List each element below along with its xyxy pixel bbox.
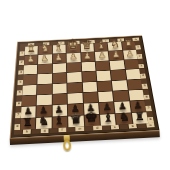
piece-bq: ♛ — [69, 111, 82, 125]
border-cell — [137, 123, 146, 128]
piece-bb: ♝ — [102, 112, 113, 124]
piece-wp: ♟ — [83, 51, 91, 60]
square-e3 — [67, 62, 81, 72]
square-f4 — [53, 73, 67, 83]
square-d5 — [82, 82, 97, 93]
piece-wp: ♟ — [41, 54, 49, 63]
coordinate-cell: a — [146, 123, 155, 128]
square-c2: ♟ — [95, 52, 109, 61]
square-d3 — [81, 62, 95, 72]
coordinate-cell: e — [76, 127, 85, 132]
border-cell — [120, 124, 129, 129]
square-g3 — [38, 64, 52, 74]
piece-bk: ♚ — [85, 110, 99, 125]
square-h5 — [22, 85, 37, 96]
square-b3 — [110, 60, 125, 70]
square-c8: ♝ — [100, 114, 116, 126]
coordinate-cell: h — [23, 129, 32, 134]
border-cell — [84, 126, 93, 131]
coordinate-cell: c — [111, 125, 120, 130]
square-b4 — [111, 70, 126, 80]
square-f8: ♝ — [52, 116, 67, 128]
square-b2: ♟ — [109, 51, 123, 60]
square-g4 — [38, 74, 52, 84]
piece-wn: ♞ — [40, 43, 50, 54]
square-f2: ♟ — [53, 54, 66, 64]
piece-wn: ♞ — [110, 39, 120, 50]
coordinate-cell: g — [40, 128, 48, 133]
square-d4 — [82, 71, 96, 81]
coordinate-cell: b — [128, 124, 137, 129]
square-h2: ♟ — [24, 55, 38, 65]
border-cell — [102, 125, 111, 130]
square-c5 — [97, 81, 112, 92]
piece-wp: ♟ — [55, 53, 63, 62]
piece-br: ♜ — [22, 117, 32, 128]
piece-wp: ♟ — [26, 54, 34, 63]
board-middle: 12345678 ♜♞♝♚♛♝♞♜♟♟♟♟♟♟♟♟♟♟♟♟♟♟♟♟♜♞♝♛♚♝♞… — [14, 41, 154, 130]
square-f3 — [53, 63, 67, 73]
coordinate-cell: d — [93, 126, 102, 131]
piece-wp: ♟ — [69, 52, 77, 61]
piece-wp: ♟ — [126, 49, 134, 58]
piece-bp: ♟ — [134, 100, 143, 110]
piece-bb: ♝ — [54, 114, 65, 126]
square-e5 — [67, 82, 81, 93]
piece-bn: ♞ — [38, 115, 49, 127]
square-g8: ♞ — [36, 117, 51, 129]
piece-wk: ♚ — [67, 39, 79, 52]
clasp-ring — [62, 140, 71, 151]
piece-wb: ♝ — [54, 42, 64, 53]
square-e4 — [67, 72, 81, 82]
square-h8: ♜ — [20, 118, 36, 130]
border-cell — [32, 129, 40, 134]
square-d2: ♟ — [81, 52, 95, 62]
square-e2: ♟ — [67, 53, 81, 63]
piece-wq: ♛ — [81, 39, 92, 52]
chess-board: hgfedcba 12345678 ♜♞♝♚♛♝♞♜♟♟♟♟♟♟♟♟♟♟♟♟♟♟… — [10, 35, 160, 138]
border-cell — [49, 128, 57, 133]
square-e8: ♛ — [68, 115, 83, 127]
piece-wp: ♟ — [98, 51, 106, 60]
square-f5 — [53, 83, 67, 94]
square-d8: ♚ — [84, 115, 100, 127]
brass-clasp — [60, 136, 75, 157]
square-c3 — [96, 61, 110, 71]
piece-br: ♜ — [135, 111, 145, 122]
chess-set-photo: hgfedcba 12345678 ♜♞♝♚♛♝♞♜♟♟♟♟♟♟♟♟♟♟♟♟♟♟… — [0, 0, 170, 170]
square-b5 — [112, 80, 127, 91]
piece-bp: ♟ — [24, 106, 33, 116]
square-g2: ♟ — [38, 54, 51, 64]
board-frame: hgfedcba 12345678 ♜♞♝♚♛♝♞♜♟♟♟♟♟♟♟♟♟♟♟♟♟♟… — [10, 35, 160, 138]
border-cell — [67, 127, 75, 132]
board-squares: ♜♞♝♚♛♝♞♜♟♟♟♟♟♟♟♟♟♟♟♟♟♟♟♟♜♞♝♛♚♝♞♜ — [20, 41, 148, 130]
piece-wp: ♟ — [112, 50, 120, 59]
coordinate-cell: f — [58, 127, 66, 132]
piece-bn: ♞ — [118, 111, 129, 123]
piece-wb: ♝ — [96, 40, 106, 51]
square-g5 — [37, 84, 51, 95]
square-b8: ♞ — [116, 113, 132, 125]
square-c4 — [96, 71, 111, 81]
chess-set-scene: hgfedcba 12345678 ♜♞♝♚♛♝♞♜♟♟♟♟♟♟♟♟♟♟♟♟♟♟… — [0, 0, 170, 170]
border-cell — [14, 130, 23, 135]
square-h3 — [23, 65, 37, 75]
square-h4 — [23, 74, 37, 84]
